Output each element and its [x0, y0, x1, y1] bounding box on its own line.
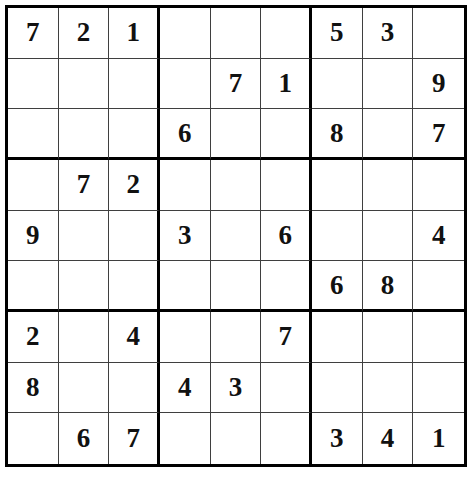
sudoku-cell-r1c6[interactable]	[261, 8, 312, 59]
sudoku-cell-r9c8[interactable]: 4	[363, 413, 414, 464]
sudoku-cell-r4c2[interactable]: 7	[59, 160, 110, 211]
sudoku-cell-r2c1[interactable]	[8, 59, 59, 110]
sudoku-cell-r1c9[interactable]	[413, 8, 464, 59]
sudoku-cell-r8c8[interactable]	[363, 363, 414, 414]
sudoku-cell-r7c2[interactable]	[59, 312, 110, 363]
sudoku-cell-r2c9[interactable]: 9	[413, 59, 464, 110]
sudoku-cell-r2c7[interactable]	[312, 59, 363, 110]
sudoku-cell-r3c9[interactable]: 7	[413, 109, 464, 160]
sudoku-cell-r3c4[interactable]: 6	[160, 109, 211, 160]
sudoku-cell-r4c7[interactable]	[312, 160, 363, 211]
sudoku-cell-r8c6[interactable]	[261, 363, 312, 414]
sudoku-cell-r1c4[interactable]	[160, 8, 211, 59]
sudoku-cell-r7c9[interactable]	[413, 312, 464, 363]
sudoku-cell-r6c1[interactable]	[8, 261, 59, 312]
sudoku-cell-r9c6[interactable]	[261, 413, 312, 464]
sudoku-cell-r2c6[interactable]: 1	[261, 59, 312, 110]
sudoku-cell-r4c5[interactable]	[211, 160, 262, 211]
sudoku-cell-r2c8[interactable]	[363, 59, 414, 110]
sudoku-cell-r5c8[interactable]	[363, 211, 414, 262]
sudoku-cell-r5c6[interactable]: 6	[261, 211, 312, 262]
sudoku-cell-r8c1[interactable]: 8	[8, 363, 59, 414]
sudoku-cell-r7c8[interactable]	[363, 312, 414, 363]
sudoku-cell-r7c1[interactable]: 2	[8, 312, 59, 363]
sudoku-cell-r8c7[interactable]	[312, 363, 363, 414]
sudoku-cell-r6c9[interactable]	[413, 261, 464, 312]
sudoku-cell-r3c7[interactable]: 8	[312, 109, 363, 160]
sudoku-cell-r4c6[interactable]	[261, 160, 312, 211]
sudoku-cell-r1c8[interactable]: 3	[363, 8, 414, 59]
sudoku-cell-r3c8[interactable]	[363, 109, 414, 160]
sudoku-cell-r3c3[interactable]	[109, 109, 160, 160]
sudoku-cell-r4c9[interactable]	[413, 160, 464, 211]
sudoku-cell-r8c9[interactable]	[413, 363, 464, 414]
sudoku-cell-r8c4[interactable]: 4	[160, 363, 211, 414]
sudoku-cell-r1c1[interactable]: 7	[8, 8, 59, 59]
sudoku-cell-r5c4[interactable]: 3	[160, 211, 211, 262]
sudoku-cell-r2c5[interactable]: 7	[211, 59, 262, 110]
sudoku-cell-r6c2[interactable]	[59, 261, 110, 312]
sudoku-cell-r2c2[interactable]	[59, 59, 110, 110]
sudoku-cell-r9c5[interactable]	[211, 413, 262, 464]
sudoku-cell-r5c5[interactable]	[211, 211, 262, 262]
sudoku-cell-r5c9[interactable]: 4	[413, 211, 464, 262]
sudoku-cell-r3c2[interactable]	[59, 109, 110, 160]
sudoku-cell-r5c2[interactable]	[59, 211, 110, 262]
sudoku-cell-r9c4[interactable]	[160, 413, 211, 464]
sudoku-cell-r9c1[interactable]	[8, 413, 59, 464]
sudoku-cell-r9c2[interactable]: 6	[59, 413, 110, 464]
sudoku-cell-r8c3[interactable]	[109, 363, 160, 414]
sudoku-cell-r1c2[interactable]: 2	[59, 8, 110, 59]
page: 721537196877293646824784367341	[0, 0, 474, 477]
sudoku-cell-r6c8[interactable]: 8	[363, 261, 414, 312]
sudoku-cell-r4c4[interactable]	[160, 160, 211, 211]
sudoku-cell-r9c7[interactable]: 3	[312, 413, 363, 464]
sudoku-cell-r3c1[interactable]	[8, 109, 59, 160]
sudoku-cell-r7c5[interactable]	[211, 312, 262, 363]
sudoku-cell-r6c3[interactable]	[109, 261, 160, 312]
sudoku-cell-r4c3[interactable]: 2	[109, 160, 160, 211]
sudoku-cell-r1c7[interactable]: 5	[312, 8, 363, 59]
sudoku-cell-r8c2[interactable]	[59, 363, 110, 414]
sudoku-cell-r7c3[interactable]: 4	[109, 312, 160, 363]
sudoku-cell-r7c6[interactable]: 7	[261, 312, 312, 363]
sudoku-cell-r3c6[interactable]	[261, 109, 312, 160]
sudoku-cell-r7c4[interactable]	[160, 312, 211, 363]
sudoku-cell-r5c3[interactable]	[109, 211, 160, 262]
sudoku-cell-r7c7[interactable]	[312, 312, 363, 363]
sudoku-cell-r1c3[interactable]: 1	[109, 8, 160, 59]
sudoku-cell-r1c5[interactable]	[211, 8, 262, 59]
sudoku-cell-r6c6[interactable]	[261, 261, 312, 312]
sudoku-cell-r6c4[interactable]	[160, 261, 211, 312]
sudoku-cell-r6c7[interactable]: 6	[312, 261, 363, 312]
sudoku-cell-r4c8[interactable]	[363, 160, 414, 211]
sudoku-cell-r9c9[interactable]: 1	[413, 413, 464, 464]
sudoku-cell-r5c7[interactable]	[312, 211, 363, 262]
sudoku-cell-r2c4[interactable]	[160, 59, 211, 110]
sudoku-cell-r3c5[interactable]	[211, 109, 262, 160]
sudoku-cell-r2c3[interactable]	[109, 59, 160, 110]
sudoku-cell-r8c5[interactable]: 3	[211, 363, 262, 414]
sudoku-cell-r4c1[interactable]	[8, 160, 59, 211]
sudoku-cell-r6c5[interactable]	[211, 261, 262, 312]
sudoku-cell-r9c3[interactable]: 7	[109, 413, 160, 464]
sudoku-cell-r5c1[interactable]: 9	[8, 211, 59, 262]
sudoku-board: 721537196877293646824784367341	[5, 5, 467, 467]
